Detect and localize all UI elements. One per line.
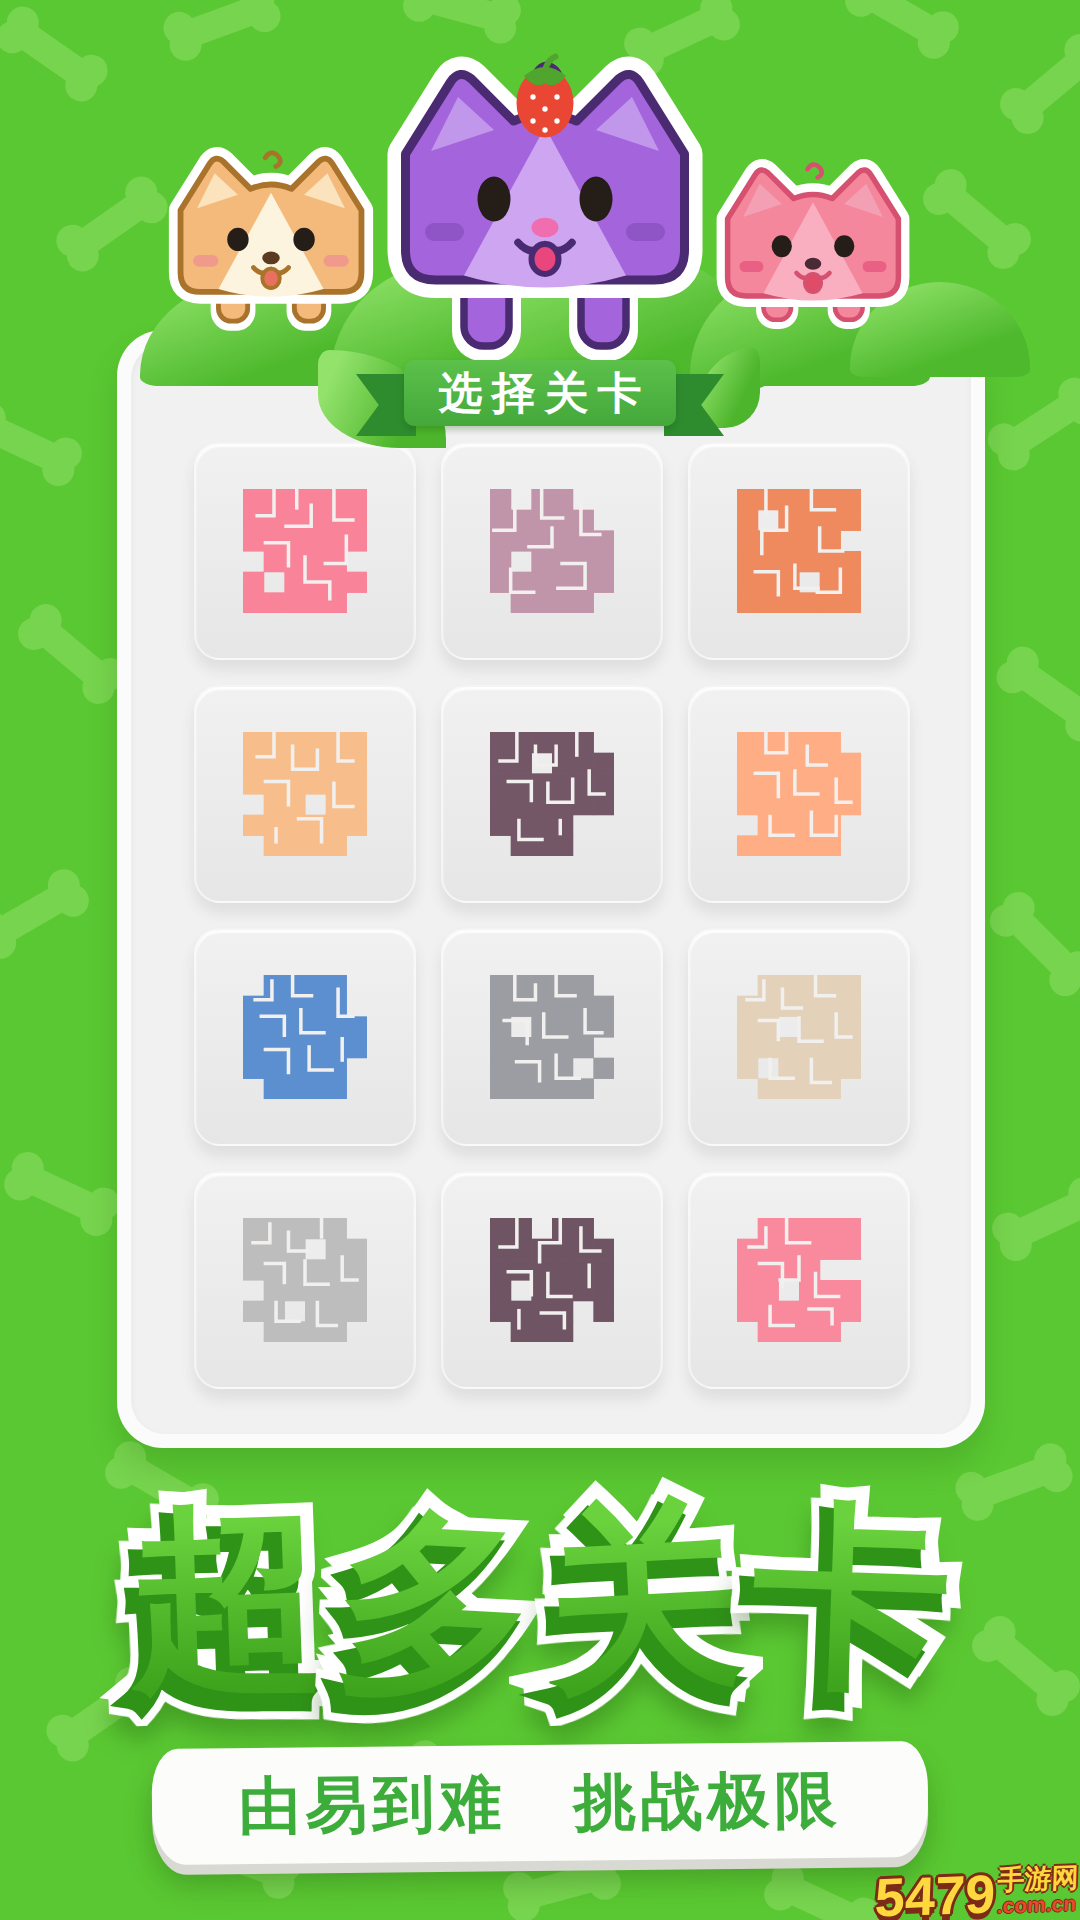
page-title: 超超超超超多多多多多关关关关关卡卡卡卡卡 <box>0 1488 1080 1708</box>
bone-icon <box>1002 904 1080 983</box>
watermark-brand: 5479 <box>874 1869 996 1920</box>
subtitle-text: 由易到难 挑战极限 <box>238 1758 842 1848</box>
level-tile[interactable] <box>441 1171 663 1389</box>
level-tile[interactable] <box>194 928 416 1146</box>
bone-icon <box>936 181 1018 256</box>
bone-icon <box>1001 389 1080 458</box>
level-tile[interactable] <box>194 685 416 903</box>
maze-thumbnail <box>490 732 614 856</box>
level-panel-inner <box>131 344 971 1434</box>
pink-cat <box>712 160 914 336</box>
level-tile[interactable] <box>194 442 416 660</box>
pink-cat-wrap <box>712 160 914 340</box>
maze-thumbnail <box>243 975 367 1099</box>
level-tile[interactable] <box>688 685 910 903</box>
bone-icon <box>70 188 155 259</box>
level-grid <box>194 442 910 1389</box>
maze-thumbnail <box>737 732 861 856</box>
bone-icon <box>31 616 113 691</box>
purple-strawberry-cat <box>380 58 710 373</box>
watermark-site: 手游网 <box>997 1864 1079 1894</box>
title-char: 卡卡卡卡卡 <box>749 1485 955 1712</box>
level-tile[interactable] <box>441 685 663 903</box>
level-tile[interactable] <box>194 1171 416 1389</box>
bone-icon <box>1013 46 1080 121</box>
ribbon-label: 选择关卡 <box>430 364 651 423</box>
title-char: 关关关关关 <box>539 1483 748 1713</box>
level-tile[interactable] <box>688 928 910 1146</box>
bone-icon <box>418 0 506 32</box>
ribbon-body: 选择关卡 <box>404 360 676 426</box>
game-screen: 选择关卡 超超超超超多多多多多关关关关关卡卡卡卡卡 由易到难 挑战极限 5479… <box>0 0 1080 1920</box>
maze-thumbnail <box>737 489 861 613</box>
title-char: 超超超超超 <box>125 1485 331 1712</box>
bone-icon <box>10 18 95 89</box>
purple-strawberry-cat-wrap <box>380 58 710 377</box>
watermark-domain: .com.cn <box>996 1891 1076 1917</box>
level-tile[interactable] <box>688 442 910 660</box>
maze-thumbnail <box>490 489 614 613</box>
maze-thumbnail <box>243 1218 367 1342</box>
level-tile[interactable] <box>441 928 663 1146</box>
maze-thumbnail <box>490 1218 614 1342</box>
orange-corgi-cat-wrap <box>164 148 378 343</box>
watermark-logo: 5479 手游网 .com.cn <box>874 1864 1079 1920</box>
bone-icon <box>778 1874 866 1920</box>
bone-icon <box>0 881 75 947</box>
bone-icon <box>1006 1189 1080 1250</box>
bone-icon <box>518 1862 606 1911</box>
level-panel <box>117 330 985 1448</box>
maze-thumbnail <box>243 732 367 856</box>
maze-thumbnail <box>737 975 861 1099</box>
bone-icon <box>0 414 68 475</box>
orange-corgi-cat <box>164 148 378 339</box>
bone-icon <box>1010 658 1080 729</box>
level-tile[interactable] <box>441 442 663 660</box>
bone-icon <box>638 4 726 65</box>
maze-thumbnail <box>490 975 614 1099</box>
bone-icon <box>18 1164 106 1225</box>
maze-thumbnail <box>737 1218 861 1342</box>
maze-thumbnail <box>243 489 367 613</box>
bone-icon <box>859 0 946 47</box>
bone-icon <box>178 0 267 50</box>
subtitle-banner: 由易到难 挑战极限 <box>151 1741 928 1865</box>
level-tile[interactable] <box>688 1171 910 1389</box>
title-char: 多多多多多 <box>331 1491 540 1721</box>
